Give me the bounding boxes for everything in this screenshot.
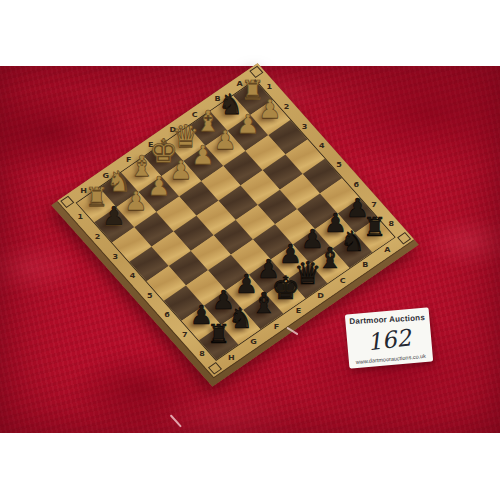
page-background: 12345678 12345678 ABCDEFGH ABCDEFGH ♜♟♟♜… bbox=[0, 0, 500, 500]
photo-velvet-background: 12345678 12345678 ABCDEFGH ABCDEFGH ♜♟♟♜… bbox=[0, 66, 500, 433]
auction-label: Dartmoor Auctions 162 www.dartmoorauctio… bbox=[345, 307, 433, 368]
lot-number: 162 bbox=[366, 324, 413, 355]
velvet-thread bbox=[170, 414, 182, 427]
auction-website: www.dartmoorauctions.co.uk bbox=[356, 353, 427, 365]
auction-house-name: Dartmoor Auctions bbox=[349, 313, 425, 326]
